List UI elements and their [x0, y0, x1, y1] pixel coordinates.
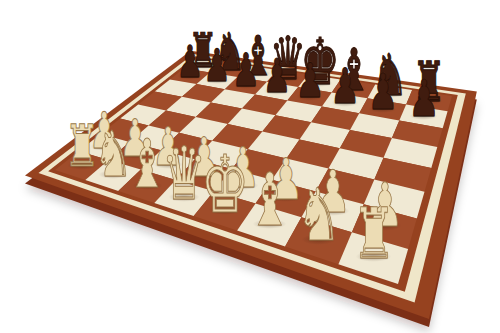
chess-product-photo: ♜♞♝♛♚♝♞♜♟♟♟♟♟♟♟♟♟♟♟♟♟♟♟♟♜♞♝♛♚♝♞♜ [0, 0, 500, 333]
chess-board [0, 0, 500, 333]
